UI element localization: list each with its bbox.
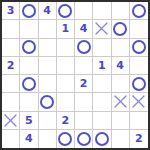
cell-r1c8[interactable] bbox=[130, 2, 148, 20]
cell-r1c7[interactable] bbox=[112, 2, 130, 20]
cell-r4c2[interactable] bbox=[20, 57, 38, 75]
cell-r5c4[interactable] bbox=[57, 75, 75, 93]
cell-r4c1: 2 bbox=[2, 57, 20, 75]
cell-r8c4[interactable] bbox=[57, 130, 75, 148]
cell-r7c3[interactable] bbox=[39, 112, 57, 130]
cell-r8c3[interactable] bbox=[39, 130, 57, 148]
cell-r1c3: 4 bbox=[39, 2, 57, 20]
cell-r3c7[interactable] bbox=[112, 39, 130, 57]
circle-mark bbox=[132, 77, 146, 91]
cross-icon bbox=[132, 95, 145, 108]
cell-r4c5[interactable] bbox=[75, 57, 93, 75]
cell-r3c6[interactable] bbox=[93, 39, 111, 57]
circle-mark bbox=[132, 4, 146, 18]
cell-r6c6[interactable] bbox=[93, 93, 111, 111]
circle-mark bbox=[77, 40, 91, 54]
clue-number: 1 bbox=[62, 23, 70, 34]
circle-mark bbox=[22, 4, 36, 18]
cell-r8c8: 2 bbox=[130, 130, 148, 148]
cell-r6c2[interactable] bbox=[20, 93, 38, 111]
clue-number: 2 bbox=[7, 60, 15, 71]
cell-r6c7[interactable] bbox=[112, 93, 130, 111]
cell-r2c5: 4 bbox=[75, 20, 93, 38]
cell-r2c7[interactable] bbox=[112, 20, 130, 38]
cell-r2c8[interactable] bbox=[130, 20, 148, 38]
cell-r5c7[interactable] bbox=[112, 75, 130, 93]
cell-r5c3[interactable] bbox=[39, 75, 57, 93]
cell-r3c8[interactable] bbox=[130, 39, 148, 57]
cell-r4c6: 1 bbox=[93, 57, 111, 75]
cell-r5c5: 2 bbox=[75, 75, 93, 93]
cell-r8c7[interactable] bbox=[112, 130, 130, 148]
clue-number: 3 bbox=[7, 5, 15, 16]
cell-r6c3[interactable] bbox=[39, 93, 57, 111]
circle-mark bbox=[22, 77, 36, 91]
circle-mark bbox=[95, 132, 109, 146]
circle-mark bbox=[132, 40, 146, 54]
cell-r3c4[interactable] bbox=[57, 39, 75, 57]
cell-r3c2[interactable] bbox=[20, 39, 38, 57]
cell-r7c6[interactable] bbox=[93, 112, 111, 130]
clue-number: 2 bbox=[80, 78, 88, 89]
cell-r6c4[interactable] bbox=[57, 93, 75, 111]
cell-r7c4: 2 bbox=[57, 112, 75, 130]
clue-number: 4 bbox=[25, 133, 33, 144]
cell-r2c3[interactable] bbox=[39, 20, 57, 38]
cell-r4c8[interactable] bbox=[130, 57, 148, 75]
cell-r4c7: 4 bbox=[112, 57, 130, 75]
cell-r6c8[interactable] bbox=[130, 93, 148, 111]
clue-number: 4 bbox=[116, 60, 124, 71]
circle-mark bbox=[58, 132, 72, 146]
cell-r3c1[interactable] bbox=[2, 39, 20, 57]
circle-mark bbox=[113, 22, 127, 36]
cell-r6c5[interactable] bbox=[75, 93, 93, 111]
cell-r5c1[interactable] bbox=[2, 75, 20, 93]
cell-r5c2[interactable] bbox=[20, 75, 38, 93]
cell-r7c8[interactable] bbox=[130, 112, 148, 130]
cell-r4c4[interactable] bbox=[57, 57, 75, 75]
clue-number: 5 bbox=[25, 115, 33, 126]
cell-r1c2[interactable] bbox=[20, 2, 38, 20]
cell-r1c6[interactable] bbox=[93, 2, 111, 20]
cell-r2c4: 1 bbox=[57, 20, 75, 38]
cell-r4c3[interactable] bbox=[39, 57, 57, 75]
cross-icon bbox=[4, 114, 17, 127]
circle-mark bbox=[77, 132, 91, 146]
clue-number: 4 bbox=[80, 23, 88, 34]
cross-icon bbox=[95, 22, 108, 35]
clue-number: 2 bbox=[135, 133, 143, 144]
cell-r7c1[interactable] bbox=[2, 112, 20, 130]
clue-number: 4 bbox=[43, 5, 51, 16]
cell-r3c3[interactable] bbox=[39, 39, 57, 57]
cross-icon bbox=[114, 95, 127, 108]
cell-r1c1: 3 bbox=[2, 2, 20, 20]
cell-r5c8[interactable] bbox=[130, 75, 148, 93]
cell-r7c7[interactable] bbox=[112, 112, 130, 130]
cell-r1c5[interactable] bbox=[75, 2, 93, 20]
cell-r7c5[interactable] bbox=[75, 112, 93, 130]
clue-number: 2 bbox=[62, 115, 70, 126]
puzzle-board: 341421425242 bbox=[0, 0, 150, 150]
circle-mark bbox=[58, 4, 72, 18]
cell-r6c1[interactable] bbox=[2, 93, 20, 111]
cell-r5c6[interactable] bbox=[93, 75, 111, 93]
cell-r8c2: 4 bbox=[20, 130, 38, 148]
cell-r8c1[interactable] bbox=[2, 130, 20, 148]
circle-mark bbox=[22, 40, 36, 54]
clue-number: 1 bbox=[98, 60, 106, 71]
circle-mark bbox=[40, 95, 54, 109]
cell-r2c6[interactable] bbox=[93, 20, 111, 38]
cell-r2c1[interactable] bbox=[2, 20, 20, 38]
cell-r2c2[interactable] bbox=[20, 20, 38, 38]
cell-r7c2: 5 bbox=[20, 112, 38, 130]
cell-r1c4[interactable] bbox=[57, 2, 75, 20]
cell-r8c5[interactable] bbox=[75, 130, 93, 148]
cell-r3c5[interactable] bbox=[75, 39, 93, 57]
cell-r8c6[interactable] bbox=[93, 130, 111, 148]
